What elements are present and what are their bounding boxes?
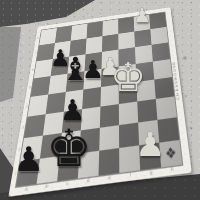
- rank-label-4: 4: [23, 104, 30, 110]
- file-label-h: h: [162, 164, 184, 173]
- square-e2: [100, 125, 120, 151]
- file-label-b: b: [36, 181, 57, 190]
- file-label-c: c: [57, 178, 78, 187]
- file-label-f: f: [120, 170, 141, 179]
- piece-white-pawn-g1[interactable]: ♟: [135, 128, 165, 161]
- square-h4: [155, 77, 175, 99]
- piece-white-pawn-g8[interactable]: ♟: [133, 6, 151, 26]
- piece-black-bishop-c5[interactable]: ♝: [61, 54, 90, 86]
- piece-black-king-c1[interactable]: ♚: [46, 123, 92, 174]
- square-e1: [99, 147, 120, 175]
- rank-label-3: 3: [20, 124, 27, 130]
- file-label-e: e: [99, 173, 120, 182]
- square-g3: [138, 98, 158, 122]
- photo-scene: ❖ CHESSHOUSE abcdefgh 87654321 ♟♟♟♟♝♚♟♟♚…: [0, 0, 200, 200]
- piece-black-pawn-a1[interactable]: ♟: [13, 143, 43, 177]
- file-label-g: g: [141, 167, 162, 176]
- rank-label-5: 5: [27, 85, 33, 90]
- rank-label-7: 7: [33, 51, 39, 56]
- piece-white-king-f4[interactable]: ♚: [110, 59, 146, 99]
- square-h3: [156, 96, 177, 120]
- square-f3: [119, 101, 138, 125]
- rank-label-6: 6: [30, 67, 36, 72]
- file-label-a: a: [15, 184, 37, 193]
- square-e3: [100, 104, 119, 128]
